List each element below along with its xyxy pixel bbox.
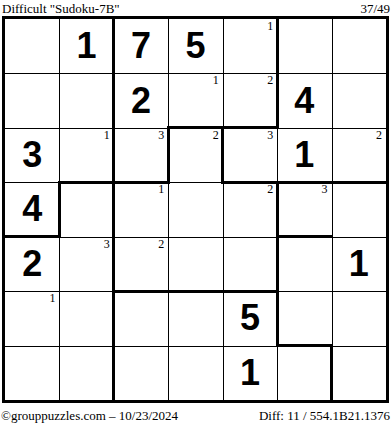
given-digit: 4	[5, 182, 59, 236]
cell-r3c2[interactable]: 1	[59, 128, 113, 182]
cell-r1c4[interactable]: 5	[168, 19, 222, 73]
given-digit: 2	[114, 73, 168, 127]
cell-r3c6[interactable]: 1	[277, 128, 331, 182]
corner-mark: 3	[104, 237, 110, 251]
corner-mark: 2	[376, 128, 382, 142]
cell-r7c3[interactable]	[114, 346, 168, 400]
corner-mark: 2	[213, 128, 219, 142]
cell-r1c2[interactable]: 1	[59, 19, 113, 73]
copyright-text: ©grouppuzzles.com – 10/23/2024	[1, 408, 178, 424]
cell-r4c3[interactable]: 1	[114, 182, 168, 236]
given-digit: 1	[332, 237, 386, 291]
cells-layer: 17512124313231241232321151	[5, 19, 386, 400]
given-digit: 1	[59, 19, 113, 73]
cell-r7c6[interactable]	[277, 346, 331, 400]
cell-r5c6[interactable]	[277, 237, 331, 291]
cell-r6c5[interactable]: 5	[223, 291, 277, 345]
cell-r1c7[interactable]	[332, 19, 386, 73]
cell-r2c1[interactable]	[5, 73, 59, 127]
corner-mark: 1	[158, 182, 164, 196]
corner-mark: 1	[49, 291, 55, 305]
cell-r7c1[interactable]	[5, 346, 59, 400]
cell-r6c1[interactable]: 1	[5, 291, 59, 345]
given-digit: 5	[168, 19, 222, 73]
corner-mark: 1	[104, 128, 110, 142]
cell-r5c1[interactable]: 2	[5, 237, 59, 291]
cell-r7c2[interactable]	[59, 346, 113, 400]
cell-r3c5[interactable]: 3	[223, 128, 277, 182]
corner-mark: 1	[213, 73, 219, 87]
cell-r3c4[interactable]: 2	[168, 128, 222, 182]
difficulty-text: Diff: 11 / 554.1B21.1376	[259, 408, 390, 424]
given-digit: 4	[277, 73, 331, 127]
cell-r4c5[interactable]: 2	[223, 182, 277, 236]
cell-r7c4[interactable]	[168, 346, 222, 400]
cell-r2c3[interactable]: 2	[114, 73, 168, 127]
cell-r2c5[interactable]: 2	[223, 73, 277, 127]
cell-r1c5[interactable]: 1	[223, 19, 277, 73]
corner-mark: 3	[158, 128, 164, 142]
cell-r4c1[interactable]: 4	[5, 182, 59, 236]
cell-r2c6[interactable]: 4	[277, 73, 331, 127]
corner-mark: 2	[267, 73, 273, 87]
cell-r6c3[interactable]	[114, 291, 168, 345]
cell-r5c2[interactable]: 3	[59, 237, 113, 291]
cell-r2c2[interactable]	[59, 73, 113, 127]
corner-mark: 1	[267, 19, 273, 33]
given-digit: 7	[114, 19, 168, 73]
corner-mark: 3	[322, 182, 328, 196]
corner-mark: 2	[267, 182, 273, 196]
cell-r4c2[interactable]	[59, 182, 113, 236]
cell-r2c7[interactable]	[332, 73, 386, 127]
cell-r3c3[interactable]: 3	[114, 128, 168, 182]
cell-r2c4[interactable]: 1	[168, 73, 222, 127]
header: Difficult "Sudoku-7B" 37/49	[0, 0, 391, 16]
sudoku-board: 17512124313231241232321151	[2, 16, 389, 403]
corner-mark: 2	[158, 237, 164, 251]
cell-r5c4[interactable]	[168, 237, 222, 291]
cell-r4c6[interactable]: 3	[277, 182, 331, 236]
cell-r1c1[interactable]	[5, 19, 59, 73]
cell-r6c4[interactable]	[168, 291, 222, 345]
cell-r5c7[interactable]: 1	[332, 237, 386, 291]
given-digit: 1	[223, 346, 277, 400]
given-digit: 5	[223, 291, 277, 345]
cell-r4c7[interactable]	[332, 182, 386, 236]
cell-r7c7[interactable]	[332, 346, 386, 400]
cell-r4c4[interactable]	[168, 182, 222, 236]
given-digit: 3	[5, 128, 59, 182]
cell-r6c2[interactable]	[59, 291, 113, 345]
cell-r7c5[interactable]: 1	[223, 346, 277, 400]
given-digit: 1	[277, 128, 331, 182]
corner-mark: 3	[267, 128, 273, 142]
cell-r6c6[interactable]	[277, 291, 331, 345]
cell-r5c3[interactable]: 2	[114, 237, 168, 291]
cell-r6c7[interactable]	[332, 291, 386, 345]
given-digit: 2	[5, 237, 59, 291]
cell-r5c5[interactable]	[223, 237, 277, 291]
cell-r1c3[interactable]: 7	[114, 19, 168, 73]
cell-r1c6[interactable]	[277, 19, 331, 73]
cells-remaining-counter: 37/49	[360, 1, 390, 16]
cell-r3c7[interactable]: 2	[332, 128, 386, 182]
puzzle-title: Difficult "Sudoku-7B"	[2, 1, 120, 16]
cell-r3c1[interactable]: 3	[5, 128, 59, 182]
footer: ©grouppuzzles.com – 10/23/2024 Diff: 11 …	[0, 408, 391, 424]
